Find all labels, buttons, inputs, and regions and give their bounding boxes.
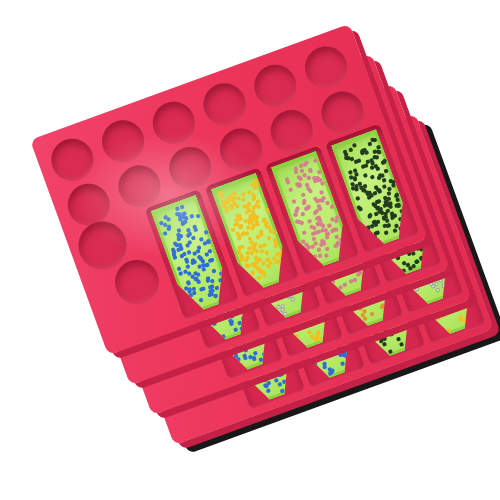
orange-bead [369,311,374,316]
pink-bead [293,212,298,217]
blue-bead [186,281,191,286]
orange-bead [363,309,368,314]
pink-bead [309,258,314,263]
blue-bead [235,360,240,365]
blue-bead [340,361,345,366]
blue-bead [263,337,268,342]
silver-bead [420,299,425,304]
blue-bead [277,382,282,387]
dark_green-bead [355,196,360,201]
yellow-bead [254,248,259,253]
blue-bead [187,240,192,245]
yellow-bead [248,277,253,282]
yellow-bead [264,250,269,255]
blue-bead [189,214,194,219]
blue-bead [256,392,261,397]
orange-bead [383,309,388,314]
pink-bead [310,231,315,236]
dark_green-bead [389,332,394,337]
silver-bead [438,278,443,283]
pink-bead [352,277,357,282]
dark_green-bead [394,270,399,275]
silver-bead [415,294,420,299]
yellow-bead [446,328,451,333]
dark_green-bead [397,216,402,221]
dark_green-bead [363,163,368,168]
blue-bead [196,213,201,218]
yellow-bead [251,280,256,285]
dark_green-bead [384,230,389,235]
orange-bead [380,303,385,308]
dark_green-bead [348,148,353,153]
yellow-bead [245,225,250,230]
blue-bead [207,249,212,254]
yellow-bead [329,327,334,332]
blue-bead [220,334,225,339]
dark_green-bead [378,189,383,194]
yellow-bead [219,193,224,198]
blue-bead [260,393,265,398]
dark_green-bead [369,175,374,180]
blue-bead [212,321,217,326]
blue-bead [253,350,258,355]
pink-bead [288,187,293,192]
pink-bead [343,237,348,242]
silver-bead [445,277,450,282]
blue-bead [220,284,225,289]
dark_green-bead [396,256,401,261]
blue-bead [266,388,271,393]
dark_green-bead [383,169,388,174]
dark_green-bead [397,337,402,342]
paint-well [96,114,150,168]
blue-bead [261,351,266,356]
pink-bead [301,230,306,235]
pink-bead [300,211,305,216]
pink-bead [317,170,322,175]
yellow-bead [262,273,267,278]
pink-bead [331,279,336,284]
paint-well [248,59,302,113]
yellow-bead [259,228,264,233]
dark_green-bead [377,150,382,155]
dark_green-bead [374,211,379,216]
blue-bead [240,316,245,321]
paint-well [214,123,268,177]
yellow-bead [234,204,239,209]
dark_green-bead [398,226,403,231]
silver-bead [283,311,288,316]
blue-bead [195,272,200,277]
pink-bead [304,160,309,165]
dark_green-bead [363,173,368,178]
yellow-bead [282,262,287,267]
dark_green-bead [396,203,401,208]
silver-bead [441,283,446,288]
yellow-bead [466,319,471,324]
orange-bead [362,316,367,321]
dark_green-bead [353,177,358,182]
blue-bead [204,230,209,235]
pink-bead [334,227,339,232]
orange-bead [356,316,361,321]
dark_green-bead [372,235,377,240]
blue-bead [287,382,292,387]
pink-bead [314,208,319,213]
blue-bead [237,321,242,326]
dark_green-bead [381,178,386,183]
pink-bead [285,180,290,185]
blue-bead [210,257,215,262]
dark_green-bead [356,158,361,163]
pink-bead [324,253,329,258]
yellow-bead [326,325,331,330]
yellow-bead [311,321,316,326]
dark_green-bead [375,166,380,171]
blue-bead [229,313,234,318]
silver-bead [278,311,283,316]
dark_green-bead [411,264,416,269]
pink-bead [339,246,344,251]
yellow-bead [281,269,286,274]
blue-bead [284,368,289,373]
dark_green-bead [373,231,378,236]
blue-bead [248,323,253,328]
dark_green-bead [388,349,393,354]
paint-well [299,40,353,94]
pink-bead [312,158,317,163]
pink-bead [355,272,360,277]
dark_green-bead [382,351,387,356]
pink-bead [334,219,339,224]
dark_green-bead [399,209,404,214]
pink-bead [316,247,321,252]
pink-bead [359,266,364,271]
blue-bead [346,352,351,357]
dark_green-bead [368,213,373,218]
silver-bead [414,286,419,291]
blue-bead [235,357,240,362]
yellow-bead [323,333,328,338]
yellow-bead [274,240,279,245]
blue-bead [185,259,190,264]
yellow-bead [246,203,251,208]
yellow-bead [472,318,477,323]
yellow-bead [249,275,254,280]
dark_green-bead [372,137,377,142]
yellow-bead [249,277,254,282]
yellow-bead [323,315,328,320]
paint-well [45,133,99,187]
pink-bead [321,196,326,201]
pink-bead [307,219,312,224]
blue-bead [187,250,192,255]
orange-bead [385,297,390,302]
blue-bead [196,245,201,250]
blue-bead [206,239,211,244]
dark_green-bead [402,223,407,228]
orange-bead [354,319,359,324]
pink-bead [341,237,346,242]
dark_green-bead [415,259,420,264]
silver-bead [306,295,311,300]
yellow-bead [240,197,245,202]
blue-bead [241,322,246,327]
blue-bead [180,204,185,209]
blue-bead [218,271,223,276]
dark_green-bead [351,143,356,148]
yellow-bead [261,243,266,248]
yellow-bead [244,255,249,260]
blue-bead [258,357,263,362]
blue-bead [234,327,239,332]
yellow-bead [468,311,473,316]
blue-bead [279,388,284,393]
yellow-bead [267,236,272,241]
yellow-bead [256,204,261,209]
yellow-bead [465,306,470,311]
blue-bead [242,306,247,311]
dark_green-bead [401,268,406,273]
dark_green-bead [391,264,396,269]
pink-bead [342,282,347,287]
yellow-bead [256,275,261,280]
paint-well [147,96,201,150]
blue-bead [179,234,184,239]
orange-bead [356,320,361,325]
dark_green-bead [397,269,402,274]
blue-bead [291,382,296,387]
blue-bead [243,347,248,352]
dark_green-bead [367,141,372,146]
pink-bead [319,190,324,195]
blue-bead [175,206,180,211]
pink-bead [318,254,323,259]
silver-bead [290,297,295,302]
yellow-bead [265,207,270,212]
blue-bead [191,235,196,240]
blue-bead [187,301,192,306]
blue-bead [313,361,318,366]
silver-bead [446,290,451,295]
blue-bead [186,264,191,269]
silver-bead [435,287,440,292]
blue-bead [172,254,177,259]
dark_green-bead [400,342,405,347]
dark_green-bead [410,251,415,256]
yellow-bead [237,236,242,241]
blue-bead [199,298,204,303]
pink-bead [306,176,311,181]
pink-bead [300,193,305,198]
blue-bead [252,356,257,361]
orange-bead [387,306,392,311]
blue-bead [214,286,219,291]
pink-bead [333,244,338,249]
dark_green-bead [392,229,397,234]
yellow-bead [317,337,322,342]
silver-bead [301,286,306,291]
dark_green-bead [386,191,391,196]
yellow-bead [250,281,255,286]
product-photo-canvas [0,0,500,500]
dark_green-bead [395,197,400,202]
blue-bead [201,286,206,291]
paint-well [198,77,252,131]
yellow-bead [294,334,299,339]
yellow-bead [241,191,246,196]
blue-bead [163,231,168,236]
pink-bead [291,199,296,204]
blue-bead [218,278,223,283]
yellow-bead [463,318,468,323]
blue-bead [212,268,217,273]
pink-bead [329,205,334,210]
yellow-bead [324,319,329,324]
dark_green-bead [407,337,412,342]
dark_green-bead [376,198,381,203]
dark_green-bead [376,144,381,149]
pink-bead [345,246,350,251]
dark_green-bead [390,183,395,188]
yellow-bead [283,268,288,273]
dark_green-bead [369,237,374,242]
blue-bead [238,364,243,369]
blue-bead [201,267,206,272]
blue-bead [239,326,244,331]
pink-bead [325,246,330,251]
pink-bead [337,241,342,246]
pink-bead [307,189,312,194]
yellow-bead [276,259,281,264]
blue-bead [176,247,181,252]
